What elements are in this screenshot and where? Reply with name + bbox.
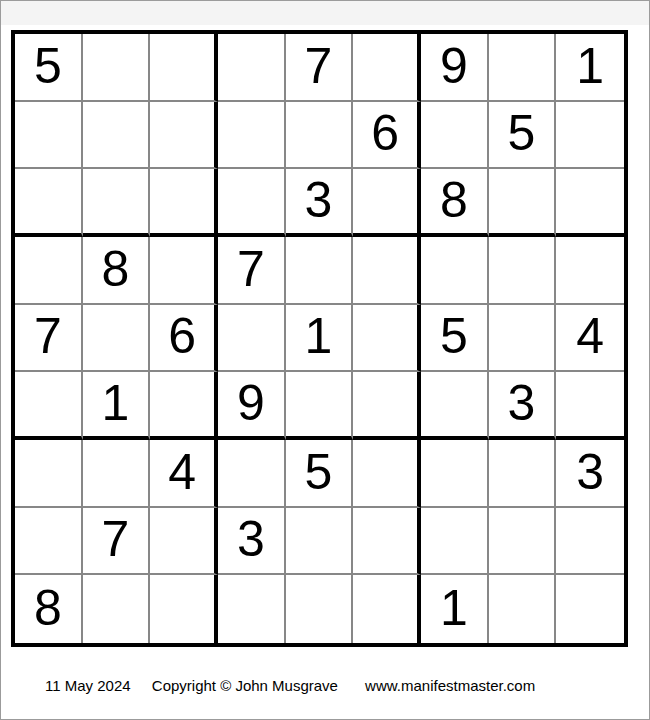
cell-r1c8[interactable]	[489, 34, 557, 102]
cell-r2c6[interactable]: 6	[353, 102, 421, 170]
cell-r7c9[interactable]: 3	[556, 440, 624, 508]
given-digit: 3	[508, 378, 536, 428]
given-digit: 3	[305, 175, 333, 225]
cell-r6c4[interactable]: 9	[218, 372, 286, 440]
given-digit: 1	[440, 583, 468, 633]
cell-r9c9[interactable]	[556, 575, 624, 643]
cell-r8c7[interactable]	[421, 508, 489, 576]
cell-r8c8[interactable]	[489, 508, 557, 576]
cell-r5c3[interactable]: 6	[150, 305, 218, 373]
cell-r6c8[interactable]: 3	[489, 372, 557, 440]
cell-r6c2[interactable]: 1	[83, 372, 151, 440]
cell-r7c2[interactable]	[83, 440, 151, 508]
given-digit: 1	[305, 311, 333, 361]
cell-r9c1[interactable]: 8	[15, 575, 83, 643]
cell-r4c3[interactable]	[150, 237, 218, 305]
cell-r5c1[interactable]: 7	[15, 305, 83, 373]
cell-r5c8[interactable]	[489, 305, 557, 373]
cell-r6c7[interactable]	[421, 372, 489, 440]
given-digit: 9	[237, 378, 265, 428]
cell-r2c7[interactable]	[421, 102, 489, 170]
footer: 11 May 2024 Copyright © John Musgrave ww…	[45, 677, 535, 694]
cell-r2c5[interactable]	[286, 102, 354, 170]
cell-r7c5[interactable]: 5	[286, 440, 354, 508]
cell-r5c2[interactable]	[83, 305, 151, 373]
cell-r3c9[interactable]	[556, 169, 624, 237]
cell-r6c5[interactable]	[286, 372, 354, 440]
cell-r4c4[interactable]: 7	[218, 237, 286, 305]
cell-r9c2[interactable]	[83, 575, 151, 643]
cell-r4c1[interactable]	[15, 237, 83, 305]
given-digit: 7	[34, 311, 62, 361]
given-digit: 6	[168, 311, 196, 361]
cell-r2c2[interactable]	[83, 102, 151, 170]
cell-r6c9[interactable]	[556, 372, 624, 440]
cell-r7c3[interactable]: 4	[150, 440, 218, 508]
cell-r5c7[interactable]: 5	[421, 305, 489, 373]
given-digit: 6	[371, 108, 399, 158]
cell-r1c4[interactable]	[218, 34, 286, 102]
cell-r8c3[interactable]	[150, 508, 218, 576]
cell-r1c1[interactable]: 5	[15, 34, 83, 102]
cell-r3c3[interactable]	[150, 169, 218, 237]
given-digit: 7	[102, 514, 130, 564]
cell-r4c5[interactable]	[286, 237, 354, 305]
given-digit: 5	[34, 41, 62, 91]
top-strip	[1, 1, 649, 25]
cell-r8c5[interactable]	[286, 508, 354, 576]
given-digit: 7	[237, 244, 265, 294]
cell-r7c4[interactable]	[218, 440, 286, 508]
cell-r1c3[interactable]	[150, 34, 218, 102]
given-digit: 3	[237, 514, 265, 564]
cell-r1c7[interactable]: 9	[421, 34, 489, 102]
cell-r9c8[interactable]	[489, 575, 557, 643]
cell-r9c3[interactable]	[150, 575, 218, 643]
given-digit: 9	[440, 41, 468, 91]
puzzle-page: 5791653887761541934537381 11 May 2024 Co…	[0, 0, 650, 720]
cell-r9c5[interactable]	[286, 575, 354, 643]
given-digit: 1	[576, 41, 604, 91]
sudoku-board: 5791653887761541934537381	[11, 30, 628, 647]
cell-r2c8[interactable]: 5	[489, 102, 557, 170]
given-digit: 3	[576, 447, 604, 497]
cell-r8c9[interactable]	[556, 508, 624, 576]
cell-r3c2[interactable]	[83, 169, 151, 237]
cell-r5c5[interactable]: 1	[286, 305, 354, 373]
cell-r6c6[interactable]	[353, 372, 421, 440]
given-digit: 8	[102, 244, 130, 294]
cell-r7c6[interactable]	[353, 440, 421, 508]
cell-r6c3[interactable]	[150, 372, 218, 440]
given-digit: 1	[102, 378, 130, 428]
cell-r1c6[interactable]	[353, 34, 421, 102]
cell-r7c7[interactable]	[421, 440, 489, 508]
given-digit: 4	[168, 447, 196, 497]
cell-r7c1[interactable]	[15, 440, 83, 508]
footer-date: 11 May 2024	[45, 677, 131, 694]
given-digit: 5	[508, 108, 536, 158]
cell-r3c7[interactable]: 8	[421, 169, 489, 237]
given-digit: 8	[440, 175, 468, 225]
cell-r8c6[interactable]	[353, 508, 421, 576]
cell-r3c1[interactable]	[15, 169, 83, 237]
given-digit: 8	[34, 583, 62, 633]
cell-r8c1[interactable]	[15, 508, 83, 576]
given-digit: 4	[576, 311, 604, 361]
cell-r4c8[interactable]	[489, 237, 557, 305]
cell-r3c4[interactable]	[218, 169, 286, 237]
cell-r6c1[interactable]	[15, 372, 83, 440]
cell-r2c4[interactable]	[218, 102, 286, 170]
cell-r9c6[interactable]	[353, 575, 421, 643]
cell-r4c7[interactable]	[421, 237, 489, 305]
cell-r4c6[interactable]	[353, 237, 421, 305]
cell-r4c2[interactable]: 8	[83, 237, 151, 305]
cell-r1c2[interactable]	[83, 34, 151, 102]
cell-r2c3[interactable]	[150, 102, 218, 170]
cell-r5c9[interactable]: 4	[556, 305, 624, 373]
footer-website: www.manifestmaster.com	[365, 677, 535, 694]
cell-r1c5[interactable]: 7	[286, 34, 354, 102]
cell-r5c6[interactable]	[353, 305, 421, 373]
cell-r1c9[interactable]: 1	[556, 34, 624, 102]
cell-r8c2[interactable]: 7	[83, 508, 151, 576]
cell-r9c4[interactable]	[218, 575, 286, 643]
cell-r7c8[interactable]	[489, 440, 557, 508]
cell-r9c7[interactable]: 1	[421, 575, 489, 643]
cell-r3c5[interactable]: 3	[286, 169, 354, 237]
cell-r3c8[interactable]	[489, 169, 557, 237]
cell-r5c4[interactable]	[218, 305, 286, 373]
footer-copyright: Copyright © John Musgrave	[152, 677, 338, 694]
given-digit: 5	[305, 447, 333, 497]
cell-r2c1[interactable]	[15, 102, 83, 170]
cell-r3c6[interactable]	[353, 169, 421, 237]
given-digit: 7	[305, 41, 333, 91]
cell-r8c4[interactable]: 3	[218, 508, 286, 576]
given-digit: 5	[440, 311, 468, 361]
cell-r4c9[interactable]	[556, 237, 624, 305]
cell-r2c9[interactable]	[556, 102, 624, 170]
